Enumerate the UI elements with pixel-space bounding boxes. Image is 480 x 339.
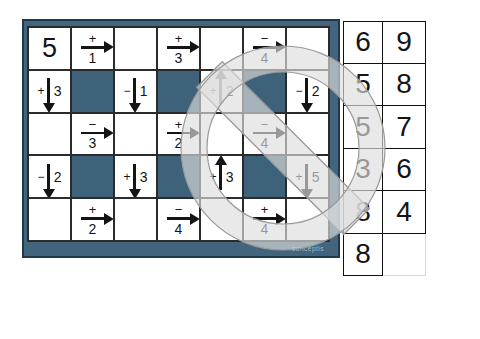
board-cell-r4c5: +3 <box>201 156 242 197</box>
puzzle-board: 5+1+3−4+3−1+2−2−3+2−4−2+3+3+5+2−4+4 conc… <box>22 19 340 258</box>
operand-number: 3 <box>89 136 97 150</box>
board-cell-r5c7[interactable] <box>287 199 328 240</box>
horizontal-arrow-clue: +1 <box>81 32 105 64</box>
vertical-arrow-clue: +3 <box>37 78 61 104</box>
operation-sign: − <box>175 203 183 216</box>
operation-sign: − <box>261 118 269 131</box>
board-cell-r5c2: +2 <box>72 199 113 240</box>
operation-sign: − <box>89 118 97 131</box>
arrow-right-icon <box>167 132 191 134</box>
operation-sign: + <box>123 171 130 183</box>
board-cell-r1c1[interactable]: 5 <box>29 28 70 69</box>
operand-number: 1 <box>140 84 148 98</box>
arrow-right-icon <box>253 217 277 219</box>
operand-number: 1 <box>89 51 97 65</box>
arrow-up-icon <box>219 164 221 190</box>
vertical-arrow-clue: +3 <box>123 164 147 190</box>
bank-cell-r2c1: 5 <box>343 64 383 107</box>
operand-number: 4 <box>261 222 269 236</box>
board-cell-r3c3[interactable] <box>115 114 156 155</box>
bank-cell-r6c2 <box>383 234 426 277</box>
horizontal-arrow-clue: −4 <box>253 118 277 150</box>
operation-sign: + <box>209 171 216 183</box>
operation-sign: − <box>37 171 44 183</box>
arrow-down-icon <box>47 78 49 104</box>
board-cell-r1c3[interactable] <box>115 28 156 69</box>
board-cell-r1c5[interactable] <box>201 28 242 69</box>
given-number: 5 <box>42 33 57 64</box>
arrow-down-icon <box>133 78 135 104</box>
arrow-right-icon <box>81 46 105 48</box>
horizontal-arrow-clue: +2 <box>81 203 105 235</box>
arrow-right-icon <box>81 132 105 134</box>
operation-sign: + <box>209 85 216 97</box>
board-cell-r4c2 <box>72 156 113 197</box>
operand-number: 3 <box>175 51 183 65</box>
operand-number: 2 <box>175 136 183 150</box>
board-cell-r4c7: +5 <box>287 156 328 197</box>
horizontal-arrow-clue: +2 <box>167 118 191 150</box>
board-cell-r2c4 <box>158 71 199 112</box>
arrow-down-icon <box>47 164 49 190</box>
vertical-arrow-clue: +3 <box>209 164 233 190</box>
board-cell-r5c6: +4 <box>244 199 285 240</box>
operation-sign: + <box>37 85 44 97</box>
arrow-up-icon <box>219 78 221 104</box>
board-cell-r2c5: +2 <box>201 71 242 112</box>
horizontal-arrow-clue: +4 <box>253 203 277 235</box>
board-cell-r5c1[interactable] <box>29 199 70 240</box>
operand-number: 3 <box>226 170 234 184</box>
board-cell-r4c1: −2 <box>29 156 70 197</box>
number-bank-table: 69585736848 <box>343 21 426 276</box>
board-cell-r4c3: +3 <box>115 156 156 197</box>
horizontal-arrow-clue: −3 <box>81 118 105 150</box>
horizontal-arrow-clue: −4 <box>253 32 277 64</box>
bank-cell-r3c2: 7 <box>383 106 426 149</box>
copyright-text: conceptis <box>292 245 324 252</box>
bank-cell-r5c2: 4 <box>383 191 426 234</box>
board-cell-r3c4: +2 <box>158 114 199 155</box>
operation-sign: + <box>175 118 183 131</box>
bank-cell-r4c2: 6 <box>383 149 426 192</box>
board-cell-r3c1[interactable] <box>29 114 70 155</box>
arrow-down-icon <box>133 164 135 190</box>
operand-number: 4 <box>261 136 269 150</box>
operation-sign: + <box>175 32 183 45</box>
bank-cell-r5c1: 8 <box>343 191 383 234</box>
arrow-right-icon <box>167 46 191 48</box>
operation-sign: + <box>261 203 269 216</box>
board-cell-r3c5[interactable] <box>201 114 242 155</box>
board-cell-r3c7[interactable] <box>287 114 328 155</box>
operation-sign: − <box>123 85 130 97</box>
board-cell-r3c6: −4 <box>244 114 285 155</box>
board-cell-r2c3: −1 <box>115 71 156 112</box>
page: { "game": "arithmetic arrow grid puzzle … <box>0 0 480 339</box>
arrow-down-icon <box>305 78 307 104</box>
bank-cell-r3c1: 5 <box>343 106 383 149</box>
board-cell-r1c4: +3 <box>158 28 199 69</box>
board-cell-r3c2: −3 <box>72 114 113 155</box>
vertical-arrow-clue: −2 <box>295 78 319 104</box>
board-cell-r4c4 <box>158 156 199 197</box>
vertical-arrow-clue: −1 <box>123 78 147 104</box>
board-cell-r1c2: +1 <box>72 28 113 69</box>
operand-number: 2 <box>226 84 234 98</box>
board-cell-r5c3[interactable] <box>115 199 156 240</box>
horizontal-arrow-clue: +3 <box>167 32 191 64</box>
arrow-right-icon <box>253 132 277 134</box>
arrow-down-icon <box>305 164 307 190</box>
operand-number: 3 <box>140 170 148 184</box>
arrow-right-icon <box>81 217 105 219</box>
operand-number: 2 <box>54 170 62 184</box>
board-cell-r2c2 <box>72 71 113 112</box>
operand-number: 4 <box>175 222 183 236</box>
vertical-arrow-clue: −2 <box>37 164 61 190</box>
arrow-right-icon <box>253 46 277 48</box>
operation-sign: − <box>295 85 302 97</box>
operation-sign: − <box>261 32 269 45</box>
operand-number: 2 <box>89 222 97 236</box>
puzzle-grid: 5+1+3−4+3−1+2−2−3+2−4−2+3+3+5+2−4+4 <box>27 26 330 242</box>
board-cell-r1c7[interactable] <box>287 28 328 69</box>
vertical-arrow-clue: +2 <box>209 78 233 104</box>
operand-number: 4 <box>261 51 269 65</box>
vertical-arrow-clue: +5 <box>295 164 319 190</box>
board-cell-r2c7: −2 <box>287 71 328 112</box>
board-cell-r5c4: −4 <box>158 199 199 240</box>
board-cell-r2c1: +3 <box>29 71 70 112</box>
bank-cell-r1c2: 9 <box>383 21 426 64</box>
bank-cell-r4c1: 3 <box>343 149 383 192</box>
board-cell-r2c6 <box>244 71 285 112</box>
operation-sign: + <box>89 203 97 216</box>
bank-cell-r2c2: 8 <box>383 64 426 107</box>
board-cell-r4c6 <box>244 156 285 197</box>
board-cell-r1c6: −4 <box>244 28 285 69</box>
bank-cell-r6c1: 8 <box>343 234 383 277</box>
arrow-right-icon <box>167 217 191 219</box>
board-cell-r5c5[interactable] <box>201 199 242 240</box>
operation-sign: + <box>89 32 97 45</box>
operand-number: 3 <box>54 84 62 98</box>
operation-sign: + <box>295 171 302 183</box>
bank-cell-r1c1: 6 <box>343 21 383 64</box>
horizontal-arrow-clue: −4 <box>167 203 191 235</box>
operand-number: 2 <box>312 84 320 98</box>
operand-number: 5 <box>312 170 320 184</box>
